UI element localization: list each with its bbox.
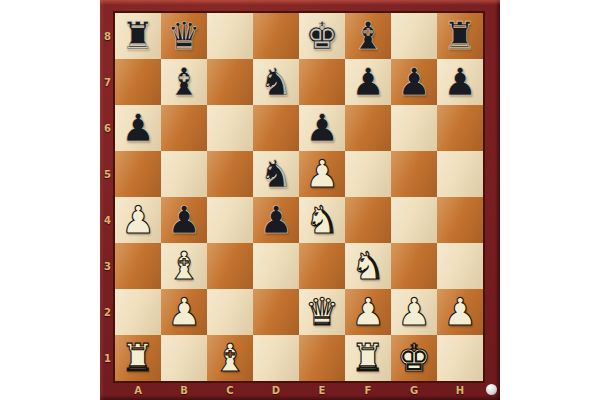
piece-black-pawn-d4[interactable]: ♟ <box>253 197 299 243</box>
square-a1[interactable]: ♜ <box>115 335 161 381</box>
square-c6[interactable] <box>207 105 253 151</box>
piece-black-rook-h8[interactable]: ♜ <box>437 13 483 59</box>
rank-label-7: 7 <box>100 59 115 105</box>
board-corner-dot <box>486 384 497 395</box>
file-label-g: G <box>391 381 437 400</box>
square-e1[interactable] <box>299 335 345 381</box>
file-label-e: E <box>299 381 345 400</box>
square-b5[interactable] <box>161 151 207 197</box>
file-label-b: B <box>161 381 207 400</box>
board-squares: ♜♛♚♝♜♝♞♟♟♟♟♟♞♟♟♟♟♞♝♞♟♛♟♟♟♜♝♜♚ <box>115 13 483 381</box>
square-f4[interactable] <box>345 197 391 243</box>
piece-black-bishop-f8[interactable]: ♝ <box>345 13 391 59</box>
rank-label-3: 3 <box>100 243 115 289</box>
piece-white-pawn-f2[interactable]: ♟ <box>345 289 391 335</box>
rank-label-8: 8 <box>100 13 115 59</box>
piece-white-bishop-b3[interactable]: ♝ <box>161 243 207 289</box>
square-b6[interactable] <box>161 105 207 151</box>
square-d3[interactable] <box>253 243 299 289</box>
square-b2[interactable]: ♟ <box>161 289 207 335</box>
square-c3[interactable] <box>207 243 253 289</box>
rank-label-2: 2 <box>100 289 115 335</box>
piece-black-pawn-e6[interactable]: ♟ <box>299 105 345 151</box>
square-g1[interactable]: ♚ <box>391 335 437 381</box>
square-d7[interactable]: ♞ <box>253 59 299 105</box>
square-e8[interactable]: ♚ <box>299 13 345 59</box>
square-g6[interactable] <box>391 105 437 151</box>
piece-white-knight-e4[interactable]: ♞ <box>299 197 345 243</box>
rank-label-5: 5 <box>100 151 115 197</box>
piece-white-queen-e2[interactable]: ♛ <box>299 289 345 335</box>
square-f3[interactable]: ♞ <box>345 243 391 289</box>
piece-white-knight-f3[interactable]: ♞ <box>345 243 391 289</box>
piece-black-pawn-f7[interactable]: ♟ <box>345 59 391 105</box>
square-h4[interactable] <box>437 197 483 243</box>
square-c4[interactable] <box>207 197 253 243</box>
square-b3[interactable]: ♝ <box>161 243 207 289</box>
square-c5[interactable] <box>207 151 253 197</box>
square-h2[interactable]: ♟ <box>437 289 483 335</box>
square-h5[interactable] <box>437 151 483 197</box>
rank-labels: 87654321 <box>100 13 115 381</box>
square-f6[interactable] <box>345 105 391 151</box>
square-a5[interactable] <box>115 151 161 197</box>
piece-black-pawn-b4[interactable]: ♟ <box>161 197 207 243</box>
square-f2[interactable]: ♟ <box>345 289 391 335</box>
piece-black-bishop-b7[interactable]: ♝ <box>161 59 207 105</box>
square-e2[interactable]: ♛ <box>299 289 345 335</box>
square-f1[interactable]: ♜ <box>345 335 391 381</box>
square-h7[interactable]: ♟ <box>437 59 483 105</box>
square-g2[interactable]: ♟ <box>391 289 437 335</box>
square-f5[interactable] <box>345 151 391 197</box>
square-g4[interactable] <box>391 197 437 243</box>
page: 87654321 ♜♛♚♝♜♝♞♟♟♟♟♟♞♟♟♟♟♞♝♞♟♛♟♟♟♜♝♜♚ A… <box>0 0 600 400</box>
square-d5[interactable]: ♞ <box>253 151 299 197</box>
file-label-a: A <box>115 381 161 400</box>
square-h6[interactable] <box>437 105 483 151</box>
square-b4[interactable]: ♟ <box>161 197 207 243</box>
square-d6[interactable] <box>253 105 299 151</box>
file-label-d: D <box>253 381 299 400</box>
square-e6[interactable]: ♟ <box>299 105 345 151</box>
square-g7[interactable]: ♟ <box>391 59 437 105</box>
piece-black-king-e8[interactable]: ♚ <box>299 13 345 59</box>
piece-white-king-g1[interactable]: ♚ <box>391 335 437 381</box>
square-e5[interactable]: ♟ <box>299 151 345 197</box>
piece-black-pawn-g7[interactable]: ♟ <box>391 59 437 105</box>
piece-black-pawn-a6[interactable]: ♟ <box>115 105 161 151</box>
piece-white-pawn-b2[interactable]: ♟ <box>161 289 207 335</box>
square-c2[interactable] <box>207 289 253 335</box>
square-g5[interactable] <box>391 151 437 197</box>
piece-white-pawn-g2[interactable]: ♟ <box>391 289 437 335</box>
square-h3[interactable] <box>437 243 483 289</box>
square-e7[interactable] <box>299 59 345 105</box>
square-c1[interactable]: ♝ <box>207 335 253 381</box>
square-a8[interactable]: ♜ <box>115 13 161 59</box>
piece-white-rook-a1[interactable]: ♜ <box>115 335 161 381</box>
file-labels: ABCDEFGH <box>115 381 483 400</box>
square-f7[interactable]: ♟ <box>345 59 391 105</box>
square-a4[interactable]: ♟ <box>115 197 161 243</box>
chess-board: 87654321 ♜♛♚♝♜♝♞♟♟♟♟♟♞♟♟♟♟♞♝♞♟♛♟♟♟♜♝♜♚ A… <box>100 0 500 400</box>
rank-label-4: 4 <box>100 197 115 243</box>
piece-white-pawn-h2[interactable]: ♟ <box>437 289 483 335</box>
piece-black-knight-d7[interactable]: ♞ <box>253 59 299 105</box>
square-c7[interactable] <box>207 59 253 105</box>
piece-black-pawn-h7[interactable]: ♟ <box>437 59 483 105</box>
square-a2[interactable] <box>115 289 161 335</box>
square-d2[interactable] <box>253 289 299 335</box>
piece-black-rook-a8[interactable]: ♜ <box>115 13 161 59</box>
file-label-h: H <box>437 381 483 400</box>
square-b8[interactable]: ♛ <box>161 13 207 59</box>
square-f8[interactable]: ♝ <box>345 13 391 59</box>
square-g8[interactable] <box>391 13 437 59</box>
rank-label-1: 1 <box>100 335 115 381</box>
square-h1[interactable] <box>437 335 483 381</box>
square-h8[interactable]: ♜ <box>437 13 483 59</box>
square-c8[interactable] <box>207 13 253 59</box>
piece-white-pawn-e5[interactable]: ♟ <box>299 151 345 197</box>
square-d8[interactable] <box>253 13 299 59</box>
square-a6[interactable]: ♟ <box>115 105 161 151</box>
square-b7[interactable]: ♝ <box>161 59 207 105</box>
square-a7[interactable] <box>115 59 161 105</box>
square-a3[interactable] <box>115 243 161 289</box>
file-label-f: F <box>345 381 391 400</box>
piece-white-rook-f1[interactable]: ♜ <box>345 335 391 381</box>
square-e4[interactable]: ♞ <box>299 197 345 243</box>
square-e3[interactable] <box>299 243 345 289</box>
square-d1[interactable] <box>253 335 299 381</box>
square-g3[interactable] <box>391 243 437 289</box>
piece-white-bishop-c1[interactable]: ♝ <box>207 335 253 381</box>
square-b1[interactable] <box>161 335 207 381</box>
square-d4[interactable]: ♟ <box>253 197 299 243</box>
piece-black-queen-b8[interactable]: ♛ <box>161 13 207 59</box>
file-label-c: C <box>207 381 253 400</box>
piece-black-knight-d5[interactable]: ♞ <box>253 151 299 197</box>
rank-label-6: 6 <box>100 105 115 151</box>
piece-white-pawn-a4[interactable]: ♟ <box>115 197 161 243</box>
